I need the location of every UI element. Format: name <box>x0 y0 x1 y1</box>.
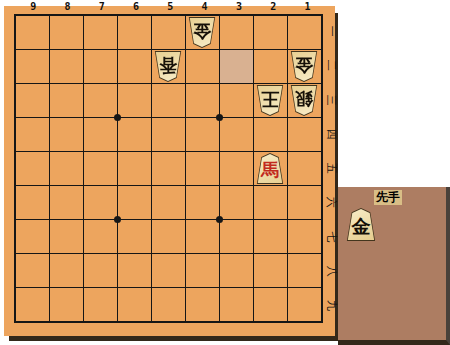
square-3四[interactable] <box>220 118 253 151</box>
square-9五[interactable] <box>16 152 49 185</box>
shogi-board: 987654321 金香金王銀馬 一二三四五六七八九 <box>4 6 335 336</box>
square-7一[interactable] <box>84 16 117 49</box>
square-2二[interactable] <box>254 50 287 83</box>
square-8九[interactable] <box>50 288 83 321</box>
star-point <box>114 216 121 223</box>
file-label-8: 8 <box>50 1 84 12</box>
square-5八[interactable] <box>152 254 185 287</box>
square-4六[interactable] <box>186 186 219 219</box>
rank-label-一: 一 <box>314 24 348 39</box>
square-5九[interactable] <box>152 288 185 321</box>
square-8四[interactable] <box>50 118 83 151</box>
square-8二[interactable] <box>50 50 83 83</box>
sente-hand-pieces: 金 <box>346 208 376 245</box>
piece-kanji: 金 <box>188 17 216 48</box>
square-2四[interactable] <box>254 118 287 151</box>
file-label-3: 3 <box>222 1 256 12</box>
piece-kanji: 金 <box>346 208 376 241</box>
square-2三[interactable]: 王 <box>254 84 287 117</box>
square-3七[interactable] <box>220 220 253 253</box>
rank-label-三: 三 <box>314 92 348 107</box>
square-8一[interactable] <box>50 16 83 49</box>
square-3五[interactable] <box>220 152 253 185</box>
square-6二[interactable] <box>118 50 151 83</box>
sente-hand-label: 先手 <box>374 190 402 205</box>
rank-label-二: 二 <box>314 58 348 73</box>
sente-hand-panel: 先手 金 <box>338 187 450 345</box>
square-3二[interactable] <box>220 50 253 83</box>
square-4九[interactable] <box>186 288 219 321</box>
rank-labels: 一二三四五六七八九 <box>324 14 339 323</box>
star-point <box>216 114 223 121</box>
square-9一[interactable] <box>16 16 49 49</box>
square-5一[interactable] <box>152 16 185 49</box>
piece-kanji: 馬 <box>256 153 284 184</box>
square-9七[interactable] <box>16 220 49 253</box>
file-label-7: 7 <box>85 1 119 12</box>
file-label-2: 2 <box>256 1 290 12</box>
square-7四[interactable] <box>84 118 117 151</box>
square-2七[interactable] <box>254 220 287 253</box>
square-2九[interactable] <box>254 288 287 321</box>
rank-label-四: 四 <box>314 127 348 142</box>
file-label-6: 6 <box>119 1 153 12</box>
board-grid: 金香金王銀馬 <box>14 14 323 323</box>
square-6五[interactable] <box>118 152 151 185</box>
piece-gote-gold[interactable]: 金 <box>188 17 216 48</box>
square-4七[interactable] <box>186 220 219 253</box>
square-9六[interactable] <box>16 186 49 219</box>
piece-sente-promoted-bishop[interactable]: 馬 <box>256 153 284 184</box>
square-4一[interactable]: 金 <box>186 16 219 49</box>
square-2八[interactable] <box>254 254 287 287</box>
square-3九[interactable] <box>220 288 253 321</box>
square-4五[interactable] <box>186 152 219 185</box>
square-4八[interactable] <box>186 254 219 287</box>
square-4四[interactable] <box>186 118 219 151</box>
square-9三[interactable] <box>16 84 49 117</box>
square-7二[interactable] <box>84 50 117 83</box>
rank-label-五: 五 <box>314 161 348 176</box>
square-9九[interactable] <box>16 288 49 321</box>
square-8五[interactable] <box>50 152 83 185</box>
star-point <box>114 114 121 121</box>
square-8六[interactable] <box>50 186 83 219</box>
piece-gote-king[interactable]: 王 <box>256 85 284 116</box>
piece-kanji: 香 <box>154 51 182 82</box>
square-6九[interactable] <box>118 288 151 321</box>
square-5五[interactable] <box>152 152 185 185</box>
square-3六[interactable] <box>220 186 253 219</box>
square-7五[interactable] <box>84 152 117 185</box>
file-label-5: 5 <box>153 1 187 12</box>
square-7七[interactable] <box>84 220 117 253</box>
square-9八[interactable] <box>16 254 49 287</box>
square-2五[interactable]: 馬 <box>254 152 287 185</box>
square-6三[interactable] <box>118 84 151 117</box>
square-3八[interactable] <box>220 254 253 287</box>
square-6一[interactable] <box>118 16 151 49</box>
piece-sente-gold[interactable]: 金 <box>346 208 376 241</box>
shogi-app: 987654321 金香金王銀馬 一二三四五六七八九 先手 金 <box>0 0 450 345</box>
file-label-1: 1 <box>290 1 324 12</box>
piece-kanji: 王 <box>256 85 284 116</box>
square-7八[interactable] <box>84 254 117 287</box>
piece-gote-lance[interactable]: 香 <box>154 51 182 82</box>
square-5七[interactable] <box>152 220 185 253</box>
square-5二[interactable]: 香 <box>152 50 185 83</box>
square-3三[interactable] <box>220 84 253 117</box>
square-5四[interactable] <box>152 118 185 151</box>
square-7九[interactable] <box>84 288 117 321</box>
square-6七[interactable] <box>118 220 151 253</box>
file-label-4: 4 <box>187 1 221 12</box>
square-7六[interactable] <box>84 186 117 219</box>
square-6八[interactable] <box>118 254 151 287</box>
file-label-9: 9 <box>16 1 50 12</box>
file-labels: 987654321 <box>16 1 325 12</box>
square-4二[interactable] <box>186 50 219 83</box>
square-8三[interactable] <box>50 84 83 117</box>
square-7三[interactable] <box>84 84 117 117</box>
square-6四[interactable] <box>118 118 151 151</box>
square-2一[interactable] <box>254 16 287 49</box>
star-point <box>216 216 223 223</box>
square-8八[interactable] <box>50 254 83 287</box>
square-2六[interactable] <box>254 186 287 219</box>
square-5三[interactable] <box>152 84 185 117</box>
square-9四[interactable] <box>16 118 49 151</box>
square-4三[interactable] <box>186 84 219 117</box>
square-5六[interactable] <box>152 186 185 219</box>
square-3一[interactable] <box>220 16 253 49</box>
square-8七[interactable] <box>50 220 83 253</box>
square-9二[interactable] <box>16 50 49 83</box>
square-6六[interactable] <box>118 186 151 219</box>
